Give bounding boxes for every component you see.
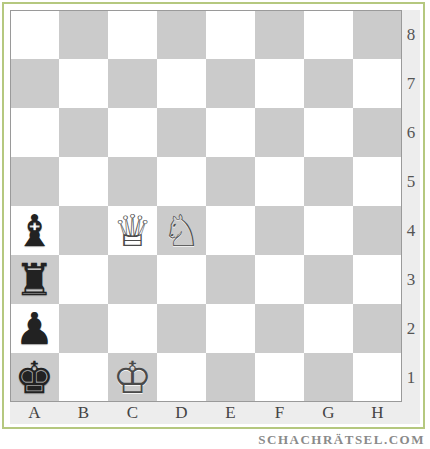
square-c2[interactable] — [108, 304, 157, 353]
file-label-e: E — [206, 402, 255, 424]
square-g4[interactable] — [304, 206, 353, 255]
square-c5[interactable] — [108, 157, 157, 206]
rank-label-5: 5 — [402, 157, 420, 206]
rank-label-7: 7 — [402, 59, 420, 108]
square-c8[interactable] — [108, 10, 157, 59]
square-b3[interactable] — [59, 255, 108, 304]
square-b2[interactable] — [59, 304, 108, 353]
piece-black-king: ♚ — [15, 353, 54, 402]
square-g8[interactable] — [304, 10, 353, 59]
square-b8[interactable] — [59, 10, 108, 59]
square-f1[interactable] — [255, 353, 304, 402]
piece-white-queen: ♕ — [113, 206, 152, 255]
square-b7[interactable] — [59, 59, 108, 108]
square-b4[interactable] — [59, 206, 108, 255]
square-d6[interactable] — [157, 108, 206, 157]
square-e7[interactable] — [206, 59, 255, 108]
square-g2[interactable] — [304, 304, 353, 353]
square-g3[interactable] — [304, 255, 353, 304]
rank-label-3: 3 — [402, 255, 420, 304]
board-frame: 8765♝♕♘4♜3♟2♚♔1ABCDEFGH — [2, 2, 425, 429]
square-d8[interactable] — [157, 10, 206, 59]
square-e1[interactable] — [206, 353, 255, 402]
square-g6[interactable] — [304, 108, 353, 157]
square-g1[interactable] — [304, 353, 353, 402]
square-a7[interactable] — [10, 59, 59, 108]
square-e8[interactable] — [206, 10, 255, 59]
square-c4[interactable]: ♕ — [108, 206, 157, 255]
square-c6[interactable] — [108, 108, 157, 157]
square-f8[interactable] — [255, 10, 304, 59]
square-h7[interactable] — [353, 59, 402, 108]
file-label-g: G — [304, 402, 353, 424]
square-h5[interactable] — [353, 157, 402, 206]
square-e2[interactable] — [206, 304, 255, 353]
piece-white-knight: ♘ — [162, 206, 201, 255]
piece-black-pawn: ♟ — [15, 304, 54, 353]
square-a8[interactable] — [10, 10, 59, 59]
square-h4[interactable] — [353, 206, 402, 255]
square-f2[interactable] — [255, 304, 304, 353]
square-c3[interactable] — [108, 255, 157, 304]
square-b1[interactable] — [59, 353, 108, 402]
square-g5[interactable] — [304, 157, 353, 206]
page: 8765♝♕♘4♜3♟2♚♔1ABCDEFGH SCHACHRÄTSEL.COM — [0, 2, 430, 449]
square-d4[interactable]: ♘ — [157, 206, 206, 255]
square-f4[interactable] — [255, 206, 304, 255]
square-a3[interactable]: ♜ — [10, 255, 59, 304]
square-h8[interactable] — [353, 10, 402, 59]
square-d3[interactable] — [157, 255, 206, 304]
corner-cell — [402, 402, 420, 424]
rank-label-4: 4 — [402, 206, 420, 255]
square-f3[interactable] — [255, 255, 304, 304]
square-f5[interactable] — [255, 157, 304, 206]
square-d1[interactable] — [157, 353, 206, 402]
square-c7[interactable] — [108, 59, 157, 108]
board-grid: 8765♝♕♘4♜3♟2♚♔1ABCDEFGH — [10, 10, 420, 424]
square-e4[interactable] — [206, 206, 255, 255]
square-h3[interactable] — [353, 255, 402, 304]
square-h2[interactable] — [353, 304, 402, 353]
file-label-b: B — [59, 402, 108, 424]
square-b5[interactable] — [59, 157, 108, 206]
square-b6[interactable] — [59, 108, 108, 157]
square-g7[interactable] — [304, 59, 353, 108]
square-a5[interactable] — [10, 157, 59, 206]
square-h1[interactable] — [353, 353, 402, 402]
file-label-h: H — [353, 402, 402, 424]
square-a2[interactable]: ♟ — [10, 304, 59, 353]
piece-black-rook: ♜ — [15, 255, 54, 304]
square-e5[interactable] — [206, 157, 255, 206]
rank-label-2: 2 — [402, 304, 420, 353]
rank-label-1: 1 — [402, 353, 420, 402]
square-c1[interactable]: ♔ — [108, 353, 157, 402]
square-e3[interactable] — [206, 255, 255, 304]
square-a6[interactable] — [10, 108, 59, 157]
square-d2[interactable] — [157, 304, 206, 353]
square-d5[interactable] — [157, 157, 206, 206]
square-a1[interactable]: ♚ — [10, 353, 59, 402]
file-label-d: D — [157, 402, 206, 424]
square-d7[interactable] — [157, 59, 206, 108]
square-e6[interactable] — [206, 108, 255, 157]
square-f7[interactable] — [255, 59, 304, 108]
piece-white-king: ♔ — [113, 353, 152, 402]
square-f6[interactable] — [255, 108, 304, 157]
square-h6[interactable] — [353, 108, 402, 157]
chess-board: 8765♝♕♘4♜3♟2♚♔1ABCDEFGH — [10, 10, 420, 424]
square-a4[interactable]: ♝ — [10, 206, 59, 255]
piece-black-bishop: ♝ — [15, 206, 54, 255]
file-label-c: C — [108, 402, 157, 424]
site-watermark[interactable]: SCHACHRÄTSEL.COM — [0, 432, 425, 448]
file-label-f: F — [255, 402, 304, 424]
rank-label-8: 8 — [402, 10, 420, 59]
rank-label-6: 6 — [402, 108, 420, 157]
file-label-a: A — [10, 402, 59, 424]
